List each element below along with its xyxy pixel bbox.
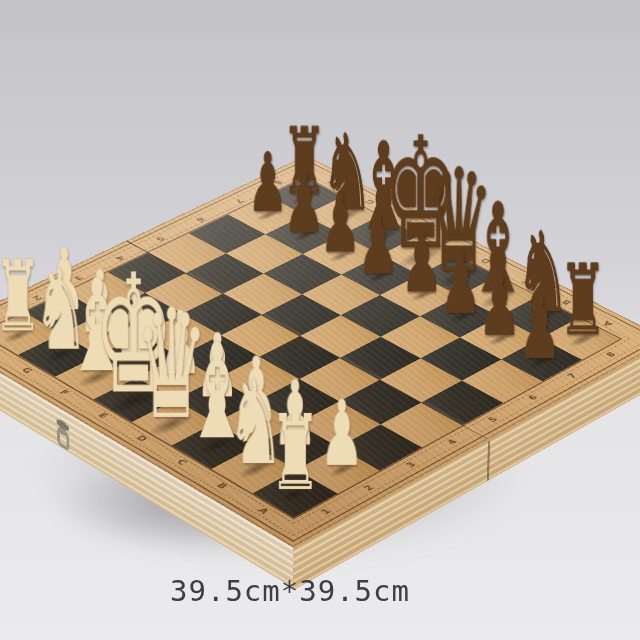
rank-label: 7 [232,197,246,204]
file-label: D [478,257,493,265]
pawn-glyph: ♟ [519,283,562,370]
rank-label: 8 [603,351,618,359]
rank-label: 5 [153,235,167,242]
pawn-glyph: ♟ [320,388,365,479]
rank-label: 7 [564,372,579,380]
rank-label: 6 [525,393,540,401]
white-pawn: ♟ [254,359,338,449]
file-label: E [440,237,454,244]
white-knight: ♞ [214,351,298,469]
pawn-glyph: ♟ [196,321,240,409]
pawn-glyph: ♟ [115,280,158,367]
white-pawn: ♟ [96,271,177,358]
white-rook: ♜ [0,237,58,335]
white-pawn: ♟ [140,290,221,377]
pawn-glyph: ♟ [159,299,202,386]
knight-glyph: ♞ [227,363,285,481]
file-label: G [362,198,377,205]
size-caption: 39.5cm*39.5cm [0,574,580,608]
rank-label: 1 [318,507,334,516]
rank-label: 8 [271,179,285,186]
white-pawn: ♟ [300,379,384,470]
white-bishop: ♝ [175,313,258,444]
file-label: H [325,179,340,186]
white-king: ♚ [93,236,175,400]
file-label: G [18,366,34,374]
rank-label: 2 [29,294,43,302]
white-pawn: ♟ [60,250,140,336]
pawn-glyph: ♟ [234,344,278,433]
rank-label: 4 [444,438,459,446]
file-label: C [173,458,189,467]
white-rook: ♜ [253,390,338,494]
file-label: C [519,278,533,286]
rank-label: 3 [403,460,418,469]
file-label: F [56,389,71,397]
pawn-glyph: ♟ [273,368,317,458]
white-queen: ♛ [130,273,213,424]
file-label: A [255,506,271,515]
clasp-latch-icon [55,415,74,455]
file-label: B [559,298,574,306]
rank-label: 5 [485,415,500,423]
rank-label: 3 [71,274,85,281]
product-photo: 1122334455667788AABBCCDDEEFFGGHH ♜♞♝♛♚♝♞… [0,0,640,640]
file-label: A [600,319,615,327]
bishop-glyph: ♝ [184,326,249,457]
rank-label: 4 [113,254,127,261]
fold-seam-side [487,441,490,482]
white-pawn: ♟ [177,313,259,401]
file-label: B [214,482,230,491]
chess-board: 1122334455667788AABBCCDDEEFFGGHH ♜♞♝♛♚♝♞… [0,155,640,547]
file-label: F [401,218,415,225]
file-label: D [133,434,149,443]
knight-glyph: ♞ [33,253,89,366]
bishop-glyph: ♝ [65,262,128,390]
file-label: E [95,412,110,420]
rank-label: 2 [361,483,376,492]
photo-scene: 1122334455667788AABBCCDDEEFFGGHH ♜♞♝♛♚♝♞… [0,0,640,640]
queen-glyph: ♛ [134,288,209,439]
rank-label: 1 [0,314,1,322]
white-pawn: ♟ [215,335,298,424]
rook-glyph: ♜ [270,400,321,504]
rank-label: 6 [193,216,207,223]
